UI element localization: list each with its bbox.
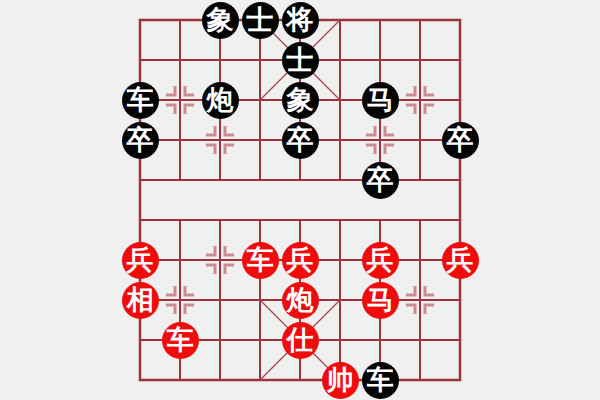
piece-black-elephant-c4r2[interactable]: 象 — [282, 82, 319, 119]
piece-red-elephant-c0r7[interactable]: 相 — [122, 282, 159, 319]
piece-black-advisor-c4r1[interactable]: 士 — [282, 42, 319, 79]
piece-black-horse-c6r2[interactable]: 马 — [362, 82, 399, 119]
piece-red-advisor-c4r8[interactable]: 仕 — [282, 322, 319, 359]
piece-black-cannon-c2r2[interactable]: 炮 — [202, 82, 239, 119]
piece-black-chariot-c6r9[interactable]: 车 — [362, 362, 399, 399]
piece-black-pawn-c8r3[interactable]: 卒 — [442, 122, 479, 159]
piece-red-pawn-c8r6[interactable]: 兵 — [442, 242, 479, 279]
piece-red-pawn-c4r6[interactable]: 兵 — [282, 242, 319, 279]
piece-red-general-c5r9[interactable]: 帅 — [322, 362, 359, 399]
piece-black-pawn-c6r4[interactable]: 卒 — [362, 162, 399, 199]
piece-black-chariot-c0r2[interactable]: 车 — [122, 82, 159, 119]
piece-black-advisor-c3r0[interactable]: 士 — [242, 2, 279, 39]
piece-red-cannon-c4r7[interactable]: 炮 — [282, 282, 319, 319]
piece-red-pawn-c6r6[interactable]: 兵 — [362, 242, 399, 279]
piece-black-elephant-c2r0[interactable]: 象 — [202, 2, 239, 39]
piece-red-pawn-c0r6[interactable]: 兵 — [122, 242, 159, 279]
piece-black-pawn-c4r3[interactable]: 卒 — [282, 122, 319, 159]
piece-red-chariot-c1r8[interactable]: 车 — [162, 322, 199, 359]
piece-black-general-c4r0[interactable]: 将 — [282, 2, 319, 39]
xiangqi-app: 象士将士车炮象马卒卒卒卒车兵车兵兵兵相炮马车仕帅 — [0, 0, 600, 400]
xiangqi-board[interactable]: 象士将士车炮象马卒卒卒卒车兵车兵兵兵相炮马车仕帅 — [0, 0, 600, 400]
piece-red-horse-c6r7[interactable]: 马 — [362, 282, 399, 319]
piece-black-pawn-c0r3[interactable]: 卒 — [122, 122, 159, 159]
piece-red-chariot-c3r6[interactable]: 车 — [242, 242, 279, 279]
pieces-layer: 象士将士车炮象马卒卒卒卒车兵车兵兵兵相炮马车仕帅 — [120, 0, 480, 400]
